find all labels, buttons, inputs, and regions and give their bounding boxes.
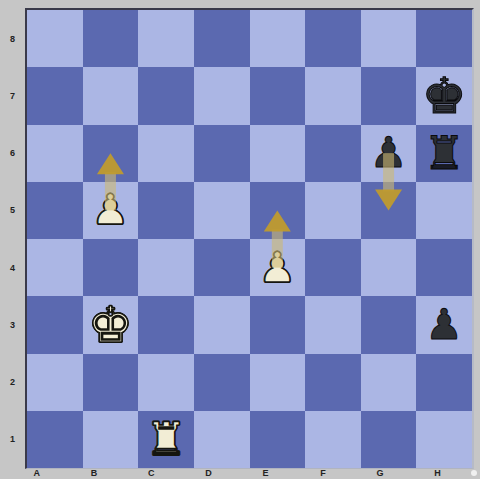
- square-h7[interactable]: ♚: [416, 67, 472, 124]
- square-a8[interactable]: [27, 10, 83, 67]
- file-label-d: D: [180, 466, 237, 479]
- square-d6[interactable]: [194, 125, 250, 182]
- piece-white-king[interactable]: ♚: [88, 300, 133, 350]
- piece-black-pawn[interactable]: ♟: [370, 132, 408, 174]
- square-d2[interactable]: [194, 354, 250, 411]
- rank-label-1: 1: [0, 411, 25, 468]
- square-g7[interactable]: [361, 67, 417, 124]
- square-e8[interactable]: [250, 10, 306, 67]
- square-d1[interactable]: [194, 411, 250, 468]
- square-b7[interactable]: [83, 67, 139, 124]
- rank-label-4: 4: [0, 239, 25, 296]
- square-f4[interactable]: [305, 239, 361, 296]
- piece-white-pawn[interactable]: ♟: [258, 247, 296, 289]
- square-d5[interactable]: [194, 182, 250, 239]
- square-g1[interactable]: [361, 411, 417, 468]
- rank-label-8: 8: [0, 10, 25, 67]
- square-f1[interactable]: [305, 411, 361, 468]
- piece-black-rook[interactable]: ♜: [424, 130, 465, 176]
- square-a5[interactable]: [27, 182, 83, 239]
- square-f5[interactable]: [305, 182, 361, 239]
- file-label-e: E: [237, 466, 294, 479]
- square-g2[interactable]: [361, 354, 417, 411]
- square-a1[interactable]: [27, 411, 83, 468]
- rank-label-7: 7: [0, 67, 25, 124]
- square-h4[interactable]: [416, 239, 472, 296]
- square-h6[interactable]: ♜: [416, 125, 472, 182]
- square-f8[interactable]: [305, 10, 361, 67]
- file-label-c: C: [123, 466, 180, 479]
- square-b3[interactable]: ♚: [83, 296, 139, 353]
- square-d4[interactable]: [194, 239, 250, 296]
- rank-label-2: 2: [0, 354, 25, 411]
- square-e6[interactable]: [250, 125, 306, 182]
- file-label-b: B: [65, 466, 122, 479]
- square-f7[interactable]: [305, 67, 361, 124]
- board-frame: ♚♟♜♟♟♚♟♜: [25, 8, 474, 469]
- square-g6[interactable]: ♟: [361, 125, 417, 182]
- square-a3[interactable]: [27, 296, 83, 353]
- square-c5[interactable]: [138, 182, 194, 239]
- square-b5[interactable]: ♟: [83, 182, 139, 239]
- square-f3[interactable]: [305, 296, 361, 353]
- square-a2[interactable]: [27, 354, 83, 411]
- square-c7[interactable]: [138, 67, 194, 124]
- square-h5[interactable]: [416, 182, 472, 239]
- square-g4[interactable]: [361, 239, 417, 296]
- file-label-h: H: [409, 466, 466, 479]
- chess-board-window: 87654321 ♚♟♜♟♟♚♟♜ ABCDEFGH: [0, 0, 480, 479]
- square-a4[interactable]: [27, 239, 83, 296]
- square-e5[interactable]: [250, 182, 306, 239]
- square-d7[interactable]: [194, 67, 250, 124]
- square-c6[interactable]: [138, 125, 194, 182]
- square-e4[interactable]: ♟: [250, 239, 306, 296]
- chess-board[interactable]: ♚♟♜♟♟♚♟♜: [27, 10, 472, 468]
- square-a6[interactable]: [27, 125, 83, 182]
- square-g5[interactable]: [361, 182, 417, 239]
- square-c2[interactable]: [138, 354, 194, 411]
- rank-label-6: 6: [0, 125, 25, 182]
- square-d8[interactable]: [194, 10, 250, 67]
- file-label-a: A: [8, 466, 65, 479]
- square-g3[interactable]: [361, 296, 417, 353]
- file-label-g: G: [352, 466, 409, 479]
- file-labels: ABCDEFGH: [8, 466, 466, 479]
- square-b6[interactable]: [83, 125, 139, 182]
- square-c4[interactable]: [138, 239, 194, 296]
- square-e7[interactable]: [250, 67, 306, 124]
- square-f2[interactable]: [305, 354, 361, 411]
- square-f6[interactable]: [305, 125, 361, 182]
- piece-black-king[interactable]: ♚: [422, 71, 467, 121]
- square-h1[interactable]: [416, 411, 472, 468]
- square-b4[interactable]: [83, 239, 139, 296]
- piece-white-rook[interactable]: ♜: [145, 416, 186, 462]
- rank-label-5: 5: [0, 182, 25, 239]
- square-b8[interactable]: [83, 10, 139, 67]
- square-c3[interactable]: [138, 296, 194, 353]
- resize-grip-dot: [471, 470, 477, 476]
- rank-labels: 87654321: [0, 10, 25, 468]
- square-c8[interactable]: [138, 10, 194, 67]
- piece-black-pawn[interactable]: ♟: [425, 304, 463, 346]
- file-label-f: F: [294, 466, 351, 479]
- piece-white-pawn[interactable]: ♟: [92, 189, 130, 231]
- square-h8[interactable]: [416, 10, 472, 67]
- square-a7[interactable]: [27, 67, 83, 124]
- square-d3[interactable]: [194, 296, 250, 353]
- square-b2[interactable]: [83, 354, 139, 411]
- square-h3[interactable]: ♟: [416, 296, 472, 353]
- square-g8[interactable]: [361, 10, 417, 67]
- square-e3[interactable]: [250, 296, 306, 353]
- square-e2[interactable]: [250, 354, 306, 411]
- square-e1[interactable]: [250, 411, 306, 468]
- square-c1[interactable]: ♜: [138, 411, 194, 468]
- rank-label-3: 3: [0, 296, 25, 353]
- square-b1[interactable]: [83, 411, 139, 468]
- square-h2[interactable]: [416, 354, 472, 411]
